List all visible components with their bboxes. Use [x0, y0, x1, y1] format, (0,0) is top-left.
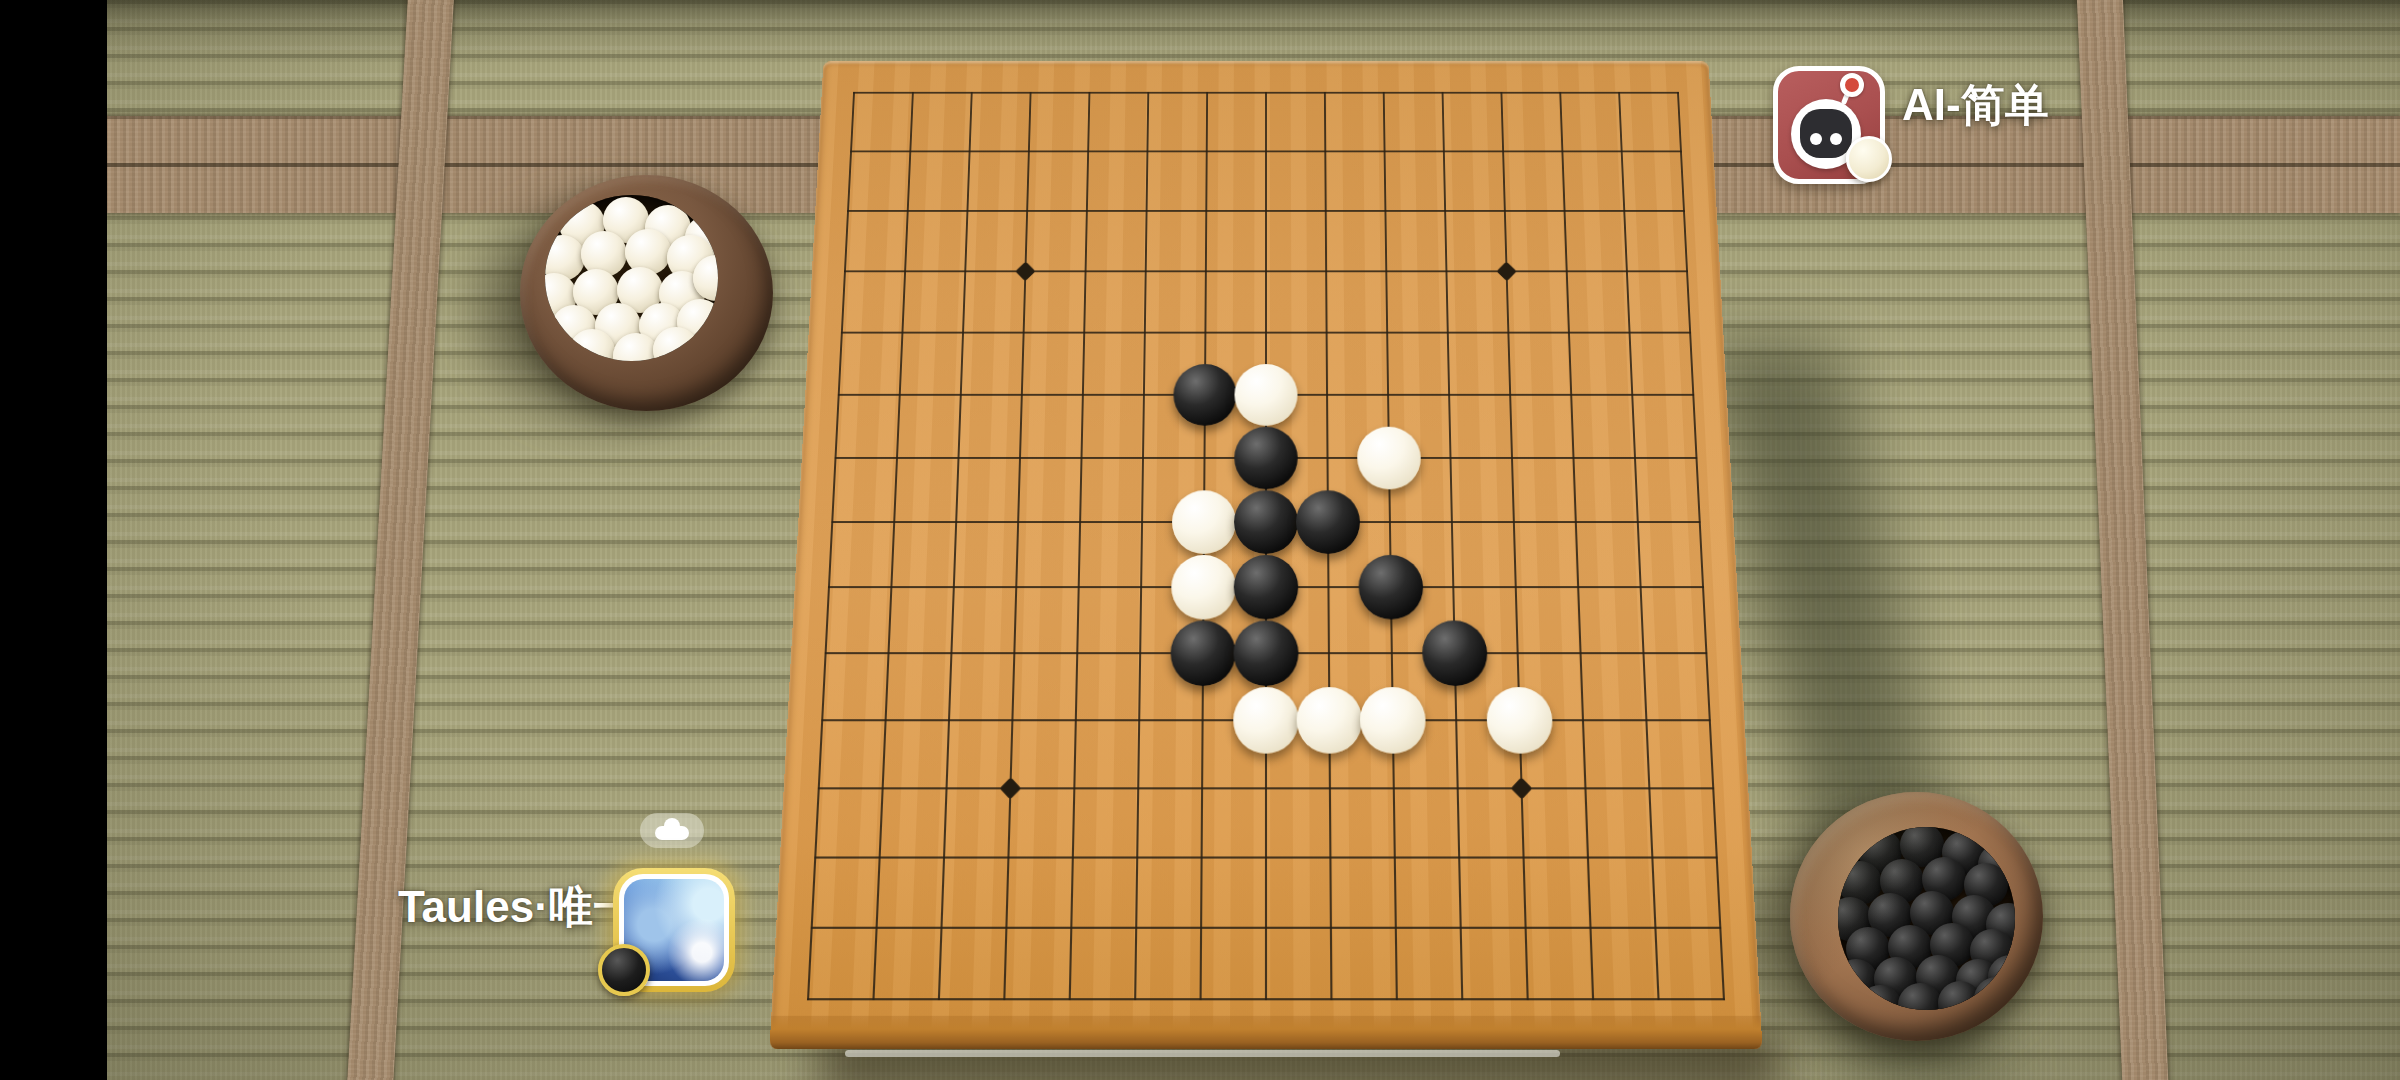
black-bowl-stone — [1880, 859, 1924, 903]
grid-line-vertical — [1559, 92, 1594, 1000]
white-stone — [1297, 687, 1363, 754]
screen-edge-cutout — [0, 0, 107, 1080]
white-stone — [1486, 687, 1553, 754]
black-stone-bowl — [1790, 792, 2043, 1041]
black-bowl-stone — [1838, 959, 1878, 1003]
black-stone — [1234, 427, 1298, 490]
black-bowl-stone — [1986, 903, 2015, 947]
grid-line-vertical — [1383, 92, 1398, 1000]
black-bowl-stone — [1900, 827, 1944, 867]
grid-line-vertical — [1003, 92, 1031, 1000]
ai-white-stone-badge — [1846, 136, 1892, 182]
white-stone — [1172, 490, 1236, 554]
grid-line-vertical — [1618, 92, 1659, 1000]
black-bowl-stone — [1964, 863, 2008, 907]
black-bowl-stone — [1988, 955, 2015, 999]
player-black-stone-badge — [598, 944, 650, 996]
black-bowl-stone — [1888, 925, 1932, 969]
grid-line-vertical — [938, 92, 973, 1000]
white-bowl-opening — [545, 195, 718, 361]
ai-name: AI-简单 — [1902, 76, 2049, 135]
star-point — [1000, 777, 1022, 799]
board-wood — [769, 61, 1762, 1049]
grid-line-vertical — [1069, 92, 1091, 1000]
black-bowl-stone — [1916, 955, 1960, 999]
black-bowl-stone — [1898, 983, 1942, 1010]
black-bowl-opening — [1838, 827, 2015, 1010]
grid-line-horizontal — [807, 998, 1725, 1000]
black-bowl-stone — [1952, 895, 1996, 939]
grid-line-vertical — [1442, 92, 1464, 1000]
home-indicator[interactable] — [845, 1050, 1560, 1057]
black-stone — [1173, 364, 1236, 426]
white-stone — [1171, 555, 1236, 620]
star-point — [1015, 261, 1036, 281]
black-bowl-stone — [1938, 981, 1982, 1010]
cloud-button[interactable] — [640, 813, 704, 848]
black-bowl-stone — [1956, 959, 2000, 1003]
black-stone — [1296, 490, 1360, 554]
grid-line-vertical — [807, 92, 855, 1000]
black-stone — [1233, 621, 1298, 687]
black-bowl-stone — [1838, 861, 1882, 905]
black-bowl-stone — [1978, 843, 2015, 887]
grid-line-vertical — [872, 92, 913, 1000]
board-grid[interactable] — [808, 93, 1724, 999]
black-bowl-stone — [1970, 929, 2014, 973]
black-bowl-stone — [1874, 957, 1918, 1001]
screen: AI-简单 Taules·唯一 — [0, 0, 2400, 1080]
black-bowl-stone — [1922, 857, 1966, 901]
black-bowl-stone — [1858, 829, 1902, 873]
black-bowl-stone — [1910, 891, 1954, 935]
star-point — [1511, 777, 1533, 799]
black-stone — [1422, 621, 1488, 687]
cloud-icon — [655, 826, 689, 840]
player-name: Taules·唯一 — [398, 878, 637, 937]
black-bowl-stone — [1868, 893, 1912, 937]
black-stone — [1170, 621, 1235, 687]
go-board[interactable] — [769, 61, 1762, 1049]
grid-line-horizontal — [814, 856, 1718, 858]
black-stone — [1234, 555, 1299, 620]
grid-line-vertical — [1500, 92, 1528, 1000]
board-front-edge — [769, 1016, 1762, 1049]
black-bowl-stone — [1930, 923, 1974, 967]
white-stone — [1360, 687, 1426, 754]
black-stone — [1358, 555, 1423, 620]
black-bowl-stone — [1838, 897, 1872, 941]
grid-line-vertical — [1134, 92, 1149, 1000]
black-bowl-stone — [1846, 927, 1890, 971]
grid-line-horizontal — [811, 927, 1722, 929]
robot-antenna-ball-icon — [1840, 73, 1864, 97]
white-stone — [1233, 687, 1299, 754]
white-stone-bowl — [520, 175, 773, 411]
black-bowl-stone — [1858, 985, 1902, 1010]
grid-line-horizontal — [818, 787, 1715, 789]
black-bowl-stone — [1942, 831, 1986, 875]
white-stone — [1357, 427, 1421, 490]
black-stone — [1234, 490, 1298, 554]
star-point — [1496, 261, 1517, 281]
white-stone — [1234, 364, 1297, 426]
